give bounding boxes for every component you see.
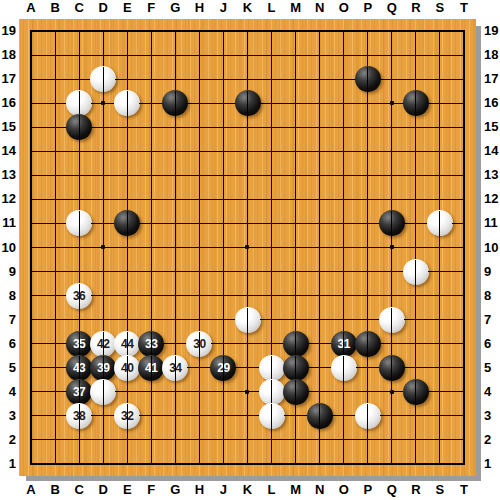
intersection-A4[interactable] (19, 380, 43, 404)
intersection-B16[interactable] (43, 91, 67, 115)
intersection-J7[interactable] (211, 308, 235, 332)
intersection-O19[interactable] (332, 19, 356, 43)
intersection-E15[interactable] (115, 115, 139, 139)
intersection-M7[interactable] (284, 308, 308, 332)
intersection-K16[interactable] (235, 91, 259, 115)
intersection-L18[interactable] (260, 43, 284, 67)
intersection-N12[interactable] (308, 187, 332, 211)
intersection-A10[interactable] (19, 235, 43, 259)
intersection-Q1[interactable] (380, 452, 404, 476)
intersection-R17[interactable] (404, 67, 428, 91)
intersection-L8[interactable] (260, 284, 284, 308)
intersection-O10[interactable] (332, 235, 356, 259)
intersection-G11[interactable] (163, 211, 187, 235)
intersection-S4[interactable] (428, 380, 452, 404)
intersection-S9[interactable] (428, 260, 452, 284)
intersection-J14[interactable] (211, 139, 235, 163)
intersection-O18[interactable] (332, 43, 356, 67)
intersection-H13[interactable] (187, 163, 211, 187)
intersection-T2[interactable] (452, 428, 476, 452)
intersection-C7[interactable] (67, 308, 91, 332)
intersection-E16[interactable] (115, 91, 139, 115)
intersection-R14[interactable] (404, 139, 428, 163)
intersection-P4[interactable] (356, 380, 380, 404)
intersection-R6[interactable] (404, 332, 428, 356)
intersection-B6[interactable] (43, 332, 67, 356)
intersection-K2[interactable] (235, 428, 259, 452)
intersection-D9[interactable] (91, 260, 115, 284)
intersection-B8[interactable] (43, 284, 67, 308)
intersection-M5[interactable] (284, 356, 308, 380)
intersection-S2[interactable] (428, 428, 452, 452)
intersection-D3[interactable] (91, 404, 115, 428)
intersection-H7[interactable] (187, 308, 211, 332)
intersection-J5[interactable]: 29 (211, 356, 235, 380)
intersection-N6[interactable] (308, 332, 332, 356)
intersection-P5[interactable] (356, 356, 380, 380)
intersection-B10[interactable] (43, 235, 67, 259)
intersection-Q13[interactable] (380, 163, 404, 187)
intersection-K19[interactable] (235, 19, 259, 43)
intersection-G14[interactable] (163, 139, 187, 163)
intersection-F18[interactable] (139, 43, 163, 67)
intersection-R19[interactable] (404, 19, 428, 43)
intersection-P17[interactable] (356, 67, 380, 91)
intersection-O7[interactable] (332, 308, 356, 332)
intersection-R13[interactable] (404, 163, 428, 187)
intersection-M3[interactable] (284, 404, 308, 428)
intersection-F13[interactable] (139, 163, 163, 187)
intersection-E17[interactable] (115, 67, 139, 91)
intersection-A16[interactable] (19, 91, 43, 115)
intersection-H3[interactable] (187, 404, 211, 428)
intersection-B19[interactable] (43, 19, 67, 43)
intersection-J17[interactable] (211, 67, 235, 91)
intersection-Q5[interactable] (380, 356, 404, 380)
intersection-G3[interactable] (163, 404, 187, 428)
intersection-Q2[interactable] (380, 428, 404, 452)
intersection-H1[interactable] (187, 452, 211, 476)
intersection-T13[interactable] (452, 163, 476, 187)
intersection-E14[interactable] (115, 139, 139, 163)
intersection-N17[interactable] (308, 67, 332, 91)
intersection-O4[interactable] (332, 380, 356, 404)
intersection-T4[interactable] (452, 380, 476, 404)
intersection-T11[interactable] (452, 211, 476, 235)
intersection-O12[interactable] (332, 187, 356, 211)
intersection-N10[interactable] (308, 235, 332, 259)
intersection-F12[interactable] (139, 187, 163, 211)
intersection-B15[interactable] (43, 115, 67, 139)
intersection-M1[interactable] (284, 452, 308, 476)
intersection-S5[interactable] (428, 356, 452, 380)
intersection-M18[interactable] (284, 43, 308, 67)
intersection-C12[interactable] (67, 187, 91, 211)
intersection-G6[interactable] (163, 332, 187, 356)
intersection-A18[interactable] (19, 43, 43, 67)
intersection-D18[interactable] (91, 43, 115, 67)
intersection-K10[interactable] (235, 235, 259, 259)
intersection-B11[interactable] (43, 211, 67, 235)
intersection-T12[interactable] (452, 187, 476, 211)
intersection-F9[interactable] (139, 260, 163, 284)
intersection-P16[interactable] (356, 91, 380, 115)
intersection-M9[interactable] (284, 260, 308, 284)
intersection-L12[interactable] (260, 187, 284, 211)
intersection-S17[interactable] (428, 67, 452, 91)
intersection-F19[interactable] (139, 19, 163, 43)
intersection-K15[interactable] (235, 115, 259, 139)
intersection-T7[interactable] (452, 308, 476, 332)
intersection-T1[interactable] (452, 452, 476, 476)
intersection-N13[interactable] (308, 163, 332, 187)
intersection-J9[interactable] (211, 260, 235, 284)
intersection-S19[interactable] (428, 19, 452, 43)
intersection-E7[interactable] (115, 308, 139, 332)
intersection-C2[interactable] (67, 428, 91, 452)
intersection-S7[interactable] (428, 308, 452, 332)
intersection-C4[interactable]: 37 (67, 380, 91, 404)
intersection-C10[interactable] (67, 235, 91, 259)
intersection-G7[interactable] (163, 308, 187, 332)
intersection-N8[interactable] (308, 284, 332, 308)
intersection-H18[interactable] (187, 43, 211, 67)
intersection-T9[interactable] (452, 260, 476, 284)
intersection-A19[interactable] (19, 19, 43, 43)
intersection-R2[interactable] (404, 428, 428, 452)
intersection-T16[interactable] (452, 91, 476, 115)
intersection-M13[interactable] (284, 163, 308, 187)
intersection-D15[interactable] (91, 115, 115, 139)
intersection-F17[interactable] (139, 67, 163, 91)
intersection-G1[interactable] (163, 452, 187, 476)
intersection-K11[interactable] (235, 211, 259, 235)
intersection-F10[interactable] (139, 235, 163, 259)
intersection-Q8[interactable] (380, 284, 404, 308)
intersection-R12[interactable] (404, 187, 428, 211)
intersection-S16[interactable] (428, 91, 452, 115)
intersection-J15[interactable] (211, 115, 235, 139)
intersection-J1[interactable] (211, 452, 235, 476)
intersection-H16[interactable] (187, 91, 211, 115)
intersection-S6[interactable] (428, 332, 452, 356)
intersection-C11[interactable] (67, 211, 91, 235)
intersection-B4[interactable] (43, 380, 67, 404)
intersection-P7[interactable] (356, 308, 380, 332)
intersection-Q14[interactable] (380, 139, 404, 163)
intersection-R11[interactable] (404, 211, 428, 235)
intersection-E6[interactable]: 44 (115, 332, 139, 356)
intersection-J4[interactable] (211, 380, 235, 404)
intersection-C17[interactable] (67, 67, 91, 91)
intersection-K9[interactable] (235, 260, 259, 284)
intersection-J16[interactable] (211, 91, 235, 115)
intersection-M17[interactable] (284, 67, 308, 91)
intersection-A7[interactable] (19, 308, 43, 332)
intersection-O1[interactable] (332, 452, 356, 476)
intersection-J12[interactable] (211, 187, 235, 211)
intersection-F6[interactable]: 33 (139, 332, 163, 356)
intersection-T18[interactable] (452, 43, 476, 67)
intersection-R3[interactable] (404, 404, 428, 428)
intersection-O9[interactable] (332, 260, 356, 284)
intersection-N11[interactable] (308, 211, 332, 235)
intersection-S8[interactable] (428, 284, 452, 308)
intersection-S11[interactable] (428, 211, 452, 235)
intersection-L9[interactable] (260, 260, 284, 284)
intersection-C14[interactable] (67, 139, 91, 163)
intersection-H17[interactable] (187, 67, 211, 91)
intersection-M16[interactable] (284, 91, 308, 115)
intersection-E1[interactable] (115, 452, 139, 476)
intersection-C8[interactable]: 36 (67, 284, 91, 308)
intersection-G4[interactable] (163, 380, 187, 404)
intersection-L16[interactable] (260, 91, 284, 115)
intersection-L2[interactable] (260, 428, 284, 452)
intersection-T5[interactable] (452, 356, 476, 380)
intersection-K3[interactable] (235, 404, 259, 428)
intersection-J10[interactable] (211, 235, 235, 259)
intersection-N19[interactable] (308, 19, 332, 43)
intersection-O16[interactable] (332, 91, 356, 115)
intersection-R1[interactable] (404, 452, 428, 476)
intersection-F5[interactable]: 41 (139, 356, 163, 380)
intersection-T17[interactable] (452, 67, 476, 91)
intersection-D17[interactable] (91, 67, 115, 91)
intersection-M8[interactable] (284, 284, 308, 308)
intersection-Q3[interactable] (380, 404, 404, 428)
intersection-R16[interactable] (404, 91, 428, 115)
intersection-B7[interactable] (43, 308, 67, 332)
intersection-G18[interactable] (163, 43, 187, 67)
intersection-K4[interactable] (235, 380, 259, 404)
intersection-Q17[interactable] (380, 67, 404, 91)
intersection-A6[interactable] (19, 332, 43, 356)
intersection-O13[interactable] (332, 163, 356, 187)
intersection-O3[interactable] (332, 404, 356, 428)
intersection-G5[interactable]: 34 (163, 356, 187, 380)
intersection-C13[interactable] (67, 163, 91, 187)
intersection-H4[interactable] (187, 380, 211, 404)
intersection-N2[interactable] (308, 428, 332, 452)
intersection-O17[interactable] (332, 67, 356, 91)
intersection-A11[interactable] (19, 211, 43, 235)
intersection-K17[interactable] (235, 67, 259, 91)
intersection-K1[interactable] (235, 452, 259, 476)
intersection-L19[interactable] (260, 19, 284, 43)
intersection-E4[interactable] (115, 380, 139, 404)
intersection-Q18[interactable] (380, 43, 404, 67)
intersection-F1[interactable] (139, 452, 163, 476)
intersection-T19[interactable] (452, 19, 476, 43)
intersection-S1[interactable] (428, 452, 452, 476)
intersection-D13[interactable] (91, 163, 115, 187)
intersection-B13[interactable] (43, 163, 67, 187)
intersection-H14[interactable] (187, 139, 211, 163)
intersection-S15[interactable] (428, 115, 452, 139)
intersection-Q7[interactable] (380, 308, 404, 332)
intersection-D2[interactable] (91, 428, 115, 452)
intersection-M19[interactable] (284, 19, 308, 43)
intersection-H19[interactable] (187, 19, 211, 43)
intersection-G12[interactable] (163, 187, 187, 211)
intersection-P13[interactable] (356, 163, 380, 187)
intersection-L10[interactable] (260, 235, 284, 259)
intersection-O5[interactable] (332, 356, 356, 380)
intersection-B17[interactable] (43, 67, 67, 91)
intersection-D16[interactable] (91, 91, 115, 115)
intersection-N14[interactable] (308, 139, 332, 163)
intersection-K5[interactable] (235, 356, 259, 380)
intersection-D14[interactable] (91, 139, 115, 163)
intersection-A1[interactable] (19, 452, 43, 476)
intersection-S10[interactable] (428, 235, 452, 259)
intersection-H11[interactable] (187, 211, 211, 235)
intersection-T3[interactable] (452, 404, 476, 428)
intersection-P12[interactable] (356, 187, 380, 211)
intersection-C1[interactable] (67, 452, 91, 476)
intersection-A13[interactable] (19, 163, 43, 187)
intersection-B14[interactable] (43, 139, 67, 163)
intersection-L5[interactable] (260, 356, 284, 380)
intersection-G10[interactable] (163, 235, 187, 259)
intersection-B3[interactable] (43, 404, 67, 428)
intersection-F11[interactable] (139, 211, 163, 235)
intersection-C16[interactable] (67, 91, 91, 115)
intersection-B5[interactable] (43, 356, 67, 380)
intersection-N16[interactable] (308, 91, 332, 115)
intersection-H2[interactable] (187, 428, 211, 452)
intersection-L15[interactable] (260, 115, 284, 139)
intersection-H5[interactable] (187, 356, 211, 380)
intersection-Q12[interactable] (380, 187, 404, 211)
intersection-Q19[interactable] (380, 19, 404, 43)
intersection-P10[interactable] (356, 235, 380, 259)
intersection-H12[interactable] (187, 187, 211, 211)
intersection-Q11[interactable] (380, 211, 404, 235)
intersection-G16[interactable] (163, 91, 187, 115)
intersection-N9[interactable] (308, 260, 332, 284)
intersection-S13[interactable] (428, 163, 452, 187)
intersection-G15[interactable] (163, 115, 187, 139)
intersection-P2[interactable] (356, 428, 380, 452)
intersection-E8[interactable] (115, 284, 139, 308)
intersection-J13[interactable] (211, 163, 235, 187)
intersection-E12[interactable] (115, 187, 139, 211)
intersection-J6[interactable] (211, 332, 235, 356)
intersection-P11[interactable] (356, 211, 380, 235)
intersection-D7[interactable] (91, 308, 115, 332)
intersection-P18[interactable] (356, 43, 380, 67)
intersection-C18[interactable] (67, 43, 91, 67)
intersection-O8[interactable] (332, 284, 356, 308)
intersection-A2[interactable] (19, 428, 43, 452)
intersection-E13[interactable] (115, 163, 139, 187)
intersection-M15[interactable] (284, 115, 308, 139)
intersection-S12[interactable] (428, 187, 452, 211)
intersection-M4[interactable] (284, 380, 308, 404)
intersection-M11[interactable] (284, 211, 308, 235)
intersection-R9[interactable] (404, 260, 428, 284)
intersection-A8[interactable] (19, 284, 43, 308)
intersection-J18[interactable] (211, 43, 235, 67)
intersection-F7[interactable] (139, 308, 163, 332)
intersection-E5[interactable]: 40 (115, 356, 139, 380)
intersection-M12[interactable] (284, 187, 308, 211)
intersection-O14[interactable] (332, 139, 356, 163)
intersection-T8[interactable] (452, 284, 476, 308)
intersection-S3[interactable] (428, 404, 452, 428)
intersection-D8[interactable] (91, 284, 115, 308)
intersection-L13[interactable] (260, 163, 284, 187)
intersection-G8[interactable] (163, 284, 187, 308)
intersection-A14[interactable] (19, 139, 43, 163)
intersection-K14[interactable] (235, 139, 259, 163)
intersection-O6[interactable]: 31 (332, 332, 356, 356)
intersection-N1[interactable] (308, 452, 332, 476)
intersection-L17[interactable] (260, 67, 284, 91)
intersection-G9[interactable] (163, 260, 187, 284)
intersection-Q10[interactable] (380, 235, 404, 259)
intersection-G19[interactable] (163, 19, 187, 43)
intersection-H15[interactable] (187, 115, 211, 139)
intersection-R18[interactable] (404, 43, 428, 67)
intersection-R10[interactable] (404, 235, 428, 259)
intersection-F15[interactable] (139, 115, 163, 139)
intersection-L1[interactable] (260, 452, 284, 476)
intersection-E19[interactable] (115, 19, 139, 43)
intersection-C6[interactable]: 35 (67, 332, 91, 356)
intersection-R4[interactable] (404, 380, 428, 404)
intersection-L11[interactable] (260, 211, 284, 235)
intersection-L4[interactable] (260, 380, 284, 404)
intersection-S18[interactable] (428, 43, 452, 67)
intersection-D19[interactable] (91, 19, 115, 43)
intersection-N7[interactable] (308, 308, 332, 332)
intersection-O15[interactable] (332, 115, 356, 139)
intersection-Q6[interactable] (380, 332, 404, 356)
intersection-P14[interactable] (356, 139, 380, 163)
intersection-P9[interactable] (356, 260, 380, 284)
intersection-G13[interactable] (163, 163, 187, 187)
intersection-N3[interactable] (308, 404, 332, 428)
intersection-G2[interactable] (163, 428, 187, 452)
intersection-N5[interactable] (308, 356, 332, 380)
intersection-J19[interactable] (211, 19, 235, 43)
intersection-H10[interactable] (187, 235, 211, 259)
intersection-J8[interactable] (211, 284, 235, 308)
intersection-J2[interactable] (211, 428, 235, 452)
intersection-J3[interactable] (211, 404, 235, 428)
intersection-A17[interactable] (19, 67, 43, 91)
intersection-M6[interactable] (284, 332, 308, 356)
intersection-Q16[interactable] (380, 91, 404, 115)
intersection-B1[interactable] (43, 452, 67, 476)
intersection-T6[interactable] (452, 332, 476, 356)
intersection-N15[interactable] (308, 115, 332, 139)
intersection-P19[interactable] (356, 19, 380, 43)
intersection-D4[interactable] (91, 380, 115, 404)
intersection-D6[interactable]: 42 (91, 332, 115, 356)
intersection-K12[interactable] (235, 187, 259, 211)
intersection-D10[interactable] (91, 235, 115, 259)
intersection-D1[interactable] (91, 452, 115, 476)
intersection-O11[interactable] (332, 211, 356, 235)
intersection-A9[interactable] (19, 260, 43, 284)
intersection-T10[interactable] (452, 235, 476, 259)
intersection-N18[interactable] (308, 43, 332, 67)
intersection-M10[interactable] (284, 235, 308, 259)
